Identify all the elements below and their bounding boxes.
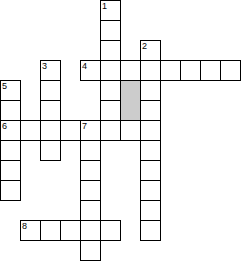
crossword-cell[interactable] — [100, 60, 121, 81]
crossword-cell[interactable] — [140, 80, 161, 101]
crossword-cell[interactable] — [0, 80, 21, 101]
crossword-cell[interactable] — [40, 100, 61, 121]
crossword-cell[interactable] — [20, 120, 41, 141]
crossword-cell[interactable] — [0, 160, 21, 181]
crossword-board: 12345678 — [0, 0, 241, 261]
crossword-cell[interactable] — [180, 60, 201, 81]
crossword-cell[interactable] — [140, 220, 161, 241]
crossword-cell[interactable] — [100, 100, 121, 121]
crossword-cell[interactable] — [120, 120, 141, 141]
crossword-cell[interactable] — [80, 160, 101, 181]
crossword-cell[interactable] — [140, 140, 161, 161]
crossword-cell[interactable] — [100, 220, 121, 241]
crossword-cell[interactable] — [80, 240, 101, 261]
crossword-cell[interactable] — [140, 200, 161, 221]
crossword-cell[interactable] — [140, 40, 161, 61]
crossword-cell[interactable] — [0, 120, 21, 141]
crossword-cell[interactable] — [60, 220, 81, 241]
crossword-cell[interactable] — [40, 140, 61, 161]
crossword-cell[interactable] — [220, 60, 241, 81]
crossword-cell[interactable] — [80, 180, 101, 201]
crossword-cell[interactable] — [40, 120, 61, 141]
crossword-cell[interactable] — [80, 120, 101, 141]
mystery-word-shaded-cell[interactable] — [120, 80, 141, 121]
crossword-cell[interactable] — [140, 100, 161, 121]
crossword-cell[interactable] — [60, 120, 81, 141]
crossword-cell[interactable] — [80, 200, 101, 221]
crossword-cell[interactable] — [120, 60, 141, 81]
crossword-cell[interactable] — [160, 60, 181, 81]
crossword-cell[interactable] — [20, 220, 41, 241]
crossword-cell[interactable] — [100, 120, 121, 141]
crossword-cell[interactable] — [80, 140, 101, 161]
crossword-cell[interactable] — [40, 220, 61, 241]
crossword-cell[interactable] — [200, 60, 221, 81]
crossword-cell[interactable] — [140, 120, 161, 141]
crossword-cell[interactable] — [140, 160, 161, 181]
crossword-cell[interactable] — [100, 40, 121, 61]
crossword-cell[interactable] — [80, 60, 101, 81]
crossword-cell[interactable] — [0, 140, 21, 161]
crossword-cell[interactable] — [140, 60, 161, 81]
crossword-cell[interactable] — [0, 100, 21, 121]
crossword-cell[interactable] — [100, 0, 121, 21]
crossword-cell[interactable] — [40, 60, 61, 81]
crossword-cell[interactable] — [100, 80, 121, 101]
crossword-cell[interactable] — [0, 180, 21, 201]
crossword-cell[interactable] — [100, 20, 121, 41]
crossword-cell[interactable] — [40, 80, 61, 101]
crossword-cell[interactable] — [140, 180, 161, 201]
crossword-cell[interactable] — [80, 220, 101, 241]
